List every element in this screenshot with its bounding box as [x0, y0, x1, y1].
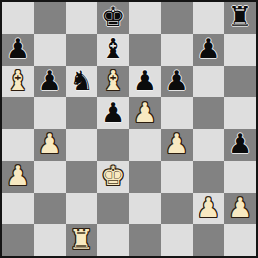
piece-black-pawn: ♟ [38, 67, 62, 94]
square-f8[interactable] [161, 2, 193, 34]
piece-white-bishop: ♝ [6, 67, 30, 94]
square-c7[interactable] [66, 34, 98, 66]
square-f5[interactable] [161, 97, 193, 129]
square-c4[interactable] [66, 129, 98, 161]
square-a8[interactable] [2, 2, 34, 34]
square-d2[interactable] [97, 193, 129, 225]
square-c1[interactable]: ♜ [66, 224, 98, 256]
square-g6[interactable] [193, 66, 225, 98]
square-d6[interactable]: ♝ [97, 66, 129, 98]
square-g1[interactable] [193, 224, 225, 256]
square-c8[interactable] [66, 2, 98, 34]
square-f4[interactable]: ♟ [161, 129, 193, 161]
square-b6[interactable]: ♟ [34, 66, 66, 98]
square-g8[interactable] [193, 2, 225, 34]
square-h7[interactable] [224, 34, 256, 66]
square-b3[interactable] [34, 161, 66, 193]
square-f3[interactable] [161, 161, 193, 193]
piece-white-pawn: ♟ [228, 194, 252, 221]
square-h3[interactable] [224, 161, 256, 193]
square-e4[interactable] [129, 129, 161, 161]
piece-white-pawn: ♟ [196, 194, 220, 221]
square-b5[interactable] [34, 97, 66, 129]
piece-black-pawn: ♟ [101, 99, 125, 126]
square-g7[interactable]: ♟ [193, 34, 225, 66]
square-g5[interactable] [193, 97, 225, 129]
piece-white-rook: ♜ [69, 226, 93, 253]
square-h1[interactable] [224, 224, 256, 256]
square-c2[interactable] [66, 193, 98, 225]
square-g3[interactable] [193, 161, 225, 193]
square-e1[interactable] [129, 224, 161, 256]
square-f1[interactable] [161, 224, 193, 256]
square-d8[interactable]: ♚ [97, 2, 129, 34]
square-h6[interactable] [224, 66, 256, 98]
square-d4[interactable] [97, 129, 129, 161]
square-h5[interactable] [224, 97, 256, 129]
piece-black-pawn: ♟ [165, 67, 189, 94]
square-h8[interactable]: ♜ [224, 2, 256, 34]
piece-black-pawn: ♟ [6, 35, 30, 62]
square-e3[interactable] [129, 161, 161, 193]
square-e7[interactable] [129, 34, 161, 66]
piece-black-bishop: ♝ [101, 35, 125, 62]
square-b2[interactable] [34, 193, 66, 225]
square-a7[interactable]: ♟ [2, 34, 34, 66]
square-b7[interactable] [34, 34, 66, 66]
square-b8[interactable] [34, 2, 66, 34]
square-e8[interactable] [129, 2, 161, 34]
square-a2[interactable] [2, 193, 34, 225]
square-b4[interactable]: ♟ [34, 129, 66, 161]
piece-white-pawn: ♟ [133, 99, 157, 126]
square-e6[interactable]: ♟ [129, 66, 161, 98]
piece-black-pawn: ♟ [196, 35, 220, 62]
piece-white-bishop: ♝ [101, 67, 125, 94]
piece-white-pawn: ♟ [38, 130, 62, 157]
chess-board: ♚♜♟♝♟♝♟♞♝♟♟♟♟♟♟♟♟♚♟♟♜ [0, 0, 258, 258]
square-c5[interactable] [66, 97, 98, 129]
piece-white-pawn: ♟ [6, 162, 30, 189]
square-d7[interactable]: ♝ [97, 34, 129, 66]
square-d5[interactable]: ♟ [97, 97, 129, 129]
square-f6[interactable]: ♟ [161, 66, 193, 98]
piece-black-pawn: ♟ [228, 130, 252, 157]
square-h2[interactable]: ♟ [224, 193, 256, 225]
square-c3[interactable] [66, 161, 98, 193]
piece-black-knight: ♞ [69, 67, 93, 94]
square-a5[interactable] [2, 97, 34, 129]
square-c6[interactable]: ♞ [66, 66, 98, 98]
square-a6[interactable]: ♝ [2, 66, 34, 98]
piece-white-king: ♚ [101, 162, 125, 189]
piece-white-pawn: ♟ [165, 130, 189, 157]
square-e5[interactable]: ♟ [129, 97, 161, 129]
square-f2[interactable] [161, 193, 193, 225]
square-f7[interactable] [161, 34, 193, 66]
piece-black-pawn: ♟ [133, 67, 157, 94]
square-d1[interactable] [97, 224, 129, 256]
square-g4[interactable] [193, 129, 225, 161]
square-d3[interactable]: ♚ [97, 161, 129, 193]
square-a1[interactable] [2, 224, 34, 256]
piece-black-rook: ♜ [228, 3, 252, 30]
square-a4[interactable] [2, 129, 34, 161]
square-h4[interactable]: ♟ [224, 129, 256, 161]
square-e2[interactable] [129, 193, 161, 225]
square-a3[interactable]: ♟ [2, 161, 34, 193]
square-b1[interactable] [34, 224, 66, 256]
piece-black-king: ♚ [101, 3, 125, 30]
square-g2[interactable]: ♟ [193, 193, 225, 225]
